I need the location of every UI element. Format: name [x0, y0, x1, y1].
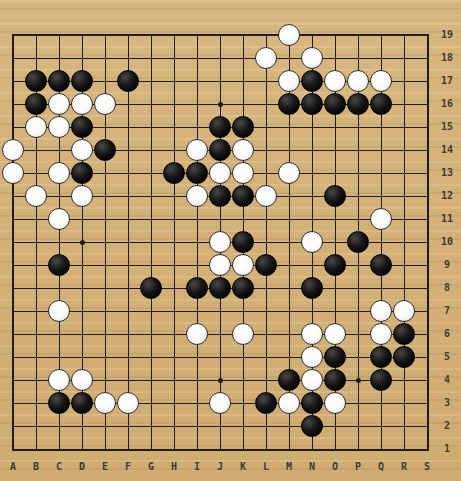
col-label-e: E: [95, 461, 115, 473]
black-stone-p16: [347, 93, 369, 115]
black-stone-b17: [25, 70, 47, 92]
row-label-5: 5: [436, 351, 458, 363]
white-stone-q17: [370, 70, 392, 92]
white-stone-b12: [25, 185, 47, 207]
col-label-b: B: [26, 461, 46, 473]
row-label-9: 9: [436, 259, 458, 271]
row-label-14: 14: [436, 144, 458, 156]
star-point-d10: [80, 240, 85, 245]
white-stone-p17: [347, 70, 369, 92]
col-label-p: P: [348, 461, 368, 473]
row-label-1: 1: [436, 443, 458, 455]
black-stone-j14: [209, 139, 231, 161]
star-point-p4: [356, 378, 361, 383]
white-stone-i14: [186, 139, 208, 161]
white-stone-b15: [25, 116, 47, 138]
row-label-18: 18: [436, 52, 458, 64]
col-label-a: A: [3, 461, 23, 473]
black-stone-d13: [71, 162, 93, 184]
black-stone-b16: [25, 93, 47, 115]
col-label-k: K: [233, 461, 253, 473]
col-label-f: F: [118, 461, 138, 473]
black-stone-i13: [186, 162, 208, 184]
black-stone-q4: [370, 369, 392, 391]
black-stone-r5: [393, 346, 415, 368]
black-stone-o5: [324, 346, 346, 368]
col-label-i: I: [187, 461, 207, 473]
black-stone-h13: [163, 162, 185, 184]
black-stone-m4: [278, 369, 300, 391]
white-stone-f3: [117, 392, 139, 414]
go-board-screenshot: ABCDEFGHIJKLMNOPQRS 19181716151413121110…: [0, 0, 461, 481]
white-stone-n6: [301, 323, 323, 345]
black-stone-l3: [255, 392, 277, 414]
black-stone-l9: [255, 254, 277, 276]
white-stone-d16: [71, 93, 93, 115]
black-stone-c3: [48, 392, 70, 414]
black-stone-n2: [301, 415, 323, 437]
black-stone-p10: [347, 231, 369, 253]
black-stone-r6: [393, 323, 415, 345]
col-label-o: O: [325, 461, 345, 473]
col-label-h: H: [164, 461, 184, 473]
black-stone-d3: [71, 392, 93, 414]
white-stone-o6: [324, 323, 346, 345]
black-stone-k12: [232, 185, 254, 207]
black-stone-i8: [186, 277, 208, 299]
white-stone-c11: [48, 208, 70, 230]
white-stone-m13: [278, 162, 300, 184]
col-label-m: M: [279, 461, 299, 473]
row-label-13: 13: [436, 167, 458, 179]
black-stone-k15: [232, 116, 254, 138]
star-point-j4: [218, 378, 223, 383]
white-stone-m3: [278, 392, 300, 414]
col-label-l: L: [256, 461, 276, 473]
black-stone-j15: [209, 116, 231, 138]
black-stone-o4: [324, 369, 346, 391]
white-stone-c7: [48, 300, 70, 322]
white-stone-j10: [209, 231, 231, 253]
black-stone-o16: [324, 93, 346, 115]
white-stone-l12: [255, 185, 277, 207]
black-stone-j12: [209, 185, 231, 207]
white-stone-q7: [370, 300, 392, 322]
white-stone-d12: [71, 185, 93, 207]
white-stone-a13: [2, 162, 24, 184]
row-label-10: 10: [436, 236, 458, 248]
white-stone-e16: [94, 93, 116, 115]
black-stone-n17: [301, 70, 323, 92]
white-stone-c15: [48, 116, 70, 138]
col-label-c: C: [49, 461, 69, 473]
black-stone-d17: [71, 70, 93, 92]
row-label-17: 17: [436, 75, 458, 87]
row-label-2: 2: [436, 420, 458, 432]
black-stone-c9: [48, 254, 70, 276]
white-stone-i12: [186, 185, 208, 207]
col-label-r: R: [394, 461, 414, 473]
black-stone-o12: [324, 185, 346, 207]
star-point-j16: [218, 102, 223, 107]
black-stone-o9: [324, 254, 346, 276]
col-label-g: G: [141, 461, 161, 473]
white-stone-j9: [209, 254, 231, 276]
white-stone-d14: [71, 139, 93, 161]
white-stone-i6: [186, 323, 208, 345]
black-stone-f17: [117, 70, 139, 92]
black-stone-q5: [370, 346, 392, 368]
white-stone-q6: [370, 323, 392, 345]
col-label-j: J: [210, 461, 230, 473]
row-label-19: 19: [436, 29, 458, 41]
row-label-8: 8: [436, 282, 458, 294]
white-stone-r7: [393, 300, 415, 322]
black-stone-n8: [301, 277, 323, 299]
white-stone-d4: [71, 369, 93, 391]
black-stone-c17: [48, 70, 70, 92]
white-stone-n5: [301, 346, 323, 368]
black-stone-d15: [71, 116, 93, 138]
white-stone-n18: [301, 47, 323, 69]
row-label-11: 11: [436, 213, 458, 225]
black-stone-k10: [232, 231, 254, 253]
black-stone-g8: [140, 277, 162, 299]
black-stone-k8: [232, 277, 254, 299]
black-stone-q16: [370, 93, 392, 115]
black-stone-m16: [278, 93, 300, 115]
white-stone-a14: [2, 139, 24, 161]
black-stone-n3: [301, 392, 323, 414]
row-label-6: 6: [436, 328, 458, 340]
white-stone-k9: [232, 254, 254, 276]
row-label-7: 7: [436, 305, 458, 317]
black-stone-j8: [209, 277, 231, 299]
white-stone-c16: [48, 93, 70, 115]
white-stone-k13: [232, 162, 254, 184]
white-stone-m17: [278, 70, 300, 92]
white-stone-o17: [324, 70, 346, 92]
black-stone-e14: [94, 139, 116, 161]
white-stone-o3: [324, 392, 346, 414]
row-label-4: 4: [436, 374, 458, 386]
col-label-n: N: [302, 461, 322, 473]
col-label-d: D: [72, 461, 92, 473]
white-stone-c4: [48, 369, 70, 391]
col-label-s: S: [417, 461, 437, 473]
col-label-q: Q: [371, 461, 391, 473]
row-label-15: 15: [436, 121, 458, 133]
row-label-16: 16: [436, 98, 458, 110]
row-label-12: 12: [436, 190, 458, 202]
white-stone-n4: [301, 369, 323, 391]
black-stone-n16: [301, 93, 323, 115]
white-stone-k6: [232, 323, 254, 345]
white-stone-m19: [278, 24, 300, 46]
white-stone-c13: [48, 162, 70, 184]
white-stone-q11: [370, 208, 392, 230]
white-stone-e3: [94, 392, 116, 414]
white-stone-l18: [255, 47, 277, 69]
white-stone-j13: [209, 162, 231, 184]
row-label-3: 3: [436, 397, 458, 409]
white-stone-k14: [232, 139, 254, 161]
white-stone-j3: [209, 392, 231, 414]
white-stone-n10: [301, 231, 323, 253]
black-stone-q9: [370, 254, 392, 276]
